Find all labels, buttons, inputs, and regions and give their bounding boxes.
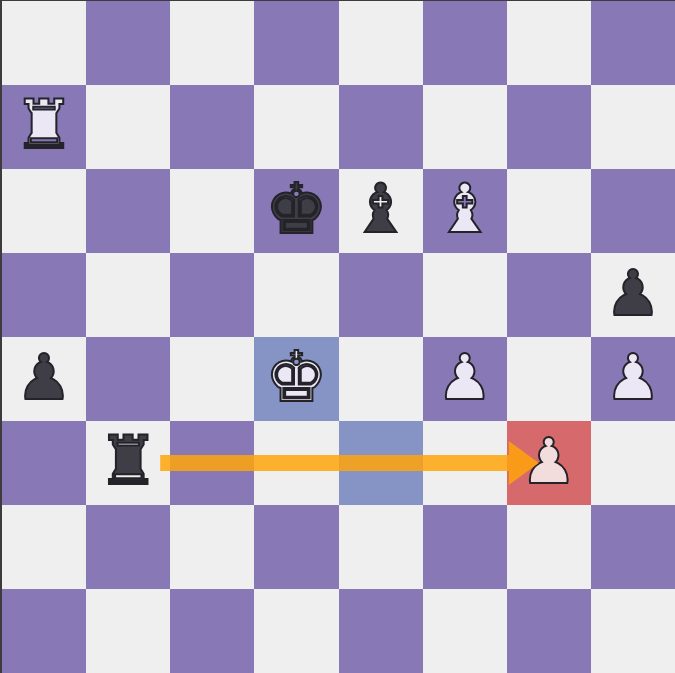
square-c5[interactable] — [170, 253, 254, 337]
piece-white-rook[interactable]: ♜ — [14, 91, 75, 159]
square-a6[interactable] — [2, 169, 86, 253]
square-g4[interactable] — [507, 337, 591, 421]
piece-black-king[interactable]: ♚ — [265, 174, 328, 244]
square-d7[interactable] — [254, 85, 338, 169]
piece-black-pawn[interactable]: ♟ — [16, 346, 72, 409]
square-h5[interactable]: ♟ — [591, 253, 675, 337]
chess-board[interactable]: ♜♚♝♝♟♟♚♟♟♜♟ — [2, 1, 675, 673]
square-h4[interactable]: ♟ — [591, 337, 675, 421]
square-a2[interactable] — [2, 505, 86, 589]
square-f8[interactable] — [423, 1, 507, 85]
square-b3[interactable]: ♜ — [86, 421, 170, 505]
square-b5[interactable] — [86, 253, 170, 337]
square-a1[interactable] — [2, 589, 86, 673]
piece-black-rook[interactable]: ♜ — [98, 427, 159, 495]
piece-black-pawn[interactable]: ♟ — [605, 262, 661, 325]
square-c6[interactable] — [170, 169, 254, 253]
square-e7[interactable] — [339, 85, 423, 169]
square-h6[interactable] — [591, 169, 675, 253]
square-a7[interactable]: ♜ — [2, 85, 86, 169]
square-b2[interactable] — [86, 505, 170, 589]
square-b7[interactable] — [86, 85, 170, 169]
square-e8[interactable] — [339, 1, 423, 85]
square-c1[interactable] — [170, 589, 254, 673]
square-c4[interactable] — [170, 337, 254, 421]
square-c2[interactable] — [170, 505, 254, 589]
square-b4[interactable] — [86, 337, 170, 421]
square-a4[interactable]: ♟ — [2, 337, 86, 421]
square-a8[interactable] — [2, 1, 86, 85]
square-f3[interactable] — [423, 421, 507, 505]
square-b6[interactable] — [86, 169, 170, 253]
piece-white-pawn[interactable]: ♟ — [521, 430, 577, 493]
square-e1[interactable] — [339, 589, 423, 673]
square-d4[interactable]: ♚ — [254, 337, 338, 421]
square-f1[interactable] — [423, 589, 507, 673]
piece-white-bishop[interactable]: ♝ — [434, 175, 495, 243]
square-h1[interactable] — [591, 589, 675, 673]
square-e5[interactable] — [339, 253, 423, 337]
square-e4[interactable] — [339, 337, 423, 421]
square-c8[interactable] — [170, 1, 254, 85]
square-g7[interactable] — [507, 85, 591, 169]
square-d1[interactable] — [254, 589, 338, 673]
square-f2[interactable] — [423, 505, 507, 589]
square-b8[interactable] — [86, 1, 170, 85]
square-b1[interactable] — [86, 589, 170, 673]
square-f7[interactable] — [423, 85, 507, 169]
square-d6[interactable]: ♚ — [254, 169, 338, 253]
square-d3[interactable] — [254, 421, 338, 505]
square-a5[interactable] — [2, 253, 86, 337]
square-c7[interactable] — [170, 85, 254, 169]
square-a3[interactable] — [2, 421, 86, 505]
square-e6[interactable]: ♝ — [339, 169, 423, 253]
square-g8[interactable] — [507, 1, 591, 85]
square-d5[interactable] — [254, 253, 338, 337]
square-g5[interactable] — [507, 253, 591, 337]
piece-white-pawn[interactable]: ♟ — [605, 346, 661, 409]
square-h8[interactable] — [591, 1, 675, 85]
square-c3[interactable] — [170, 421, 254, 505]
square-g2[interactable] — [507, 505, 591, 589]
square-g1[interactable] — [507, 589, 591, 673]
square-g6[interactable] — [507, 169, 591, 253]
square-f5[interactable] — [423, 253, 507, 337]
chess-board-container: ♜♚♝♝♟♟♚♟♟♜♟ — [0, 0, 675, 673]
square-g3[interactable]: ♟ — [507, 421, 591, 505]
piece-black-bishop[interactable]: ♝ — [350, 175, 411, 243]
square-h2[interactable] — [591, 505, 675, 589]
square-f4[interactable]: ♟ — [423, 337, 507, 421]
square-f6[interactable]: ♝ — [423, 169, 507, 253]
piece-white-pawn[interactable]: ♟ — [436, 346, 492, 409]
square-h7[interactable] — [591, 85, 675, 169]
square-d2[interactable] — [254, 505, 338, 589]
square-e2[interactable] — [339, 505, 423, 589]
piece-white-king[interactable]: ♚ — [265, 342, 328, 412]
square-h3[interactable] — [591, 421, 675, 505]
square-e3[interactable] — [339, 421, 423, 505]
square-d8[interactable] — [254, 1, 338, 85]
